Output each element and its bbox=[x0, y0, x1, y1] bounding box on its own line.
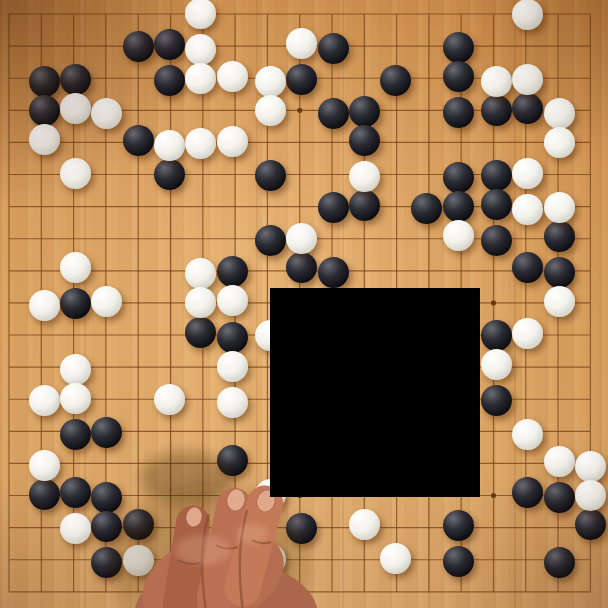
black-stone bbox=[481, 320, 512, 351]
black-stone bbox=[154, 159, 185, 190]
white-stone bbox=[123, 545, 154, 576]
black-stone bbox=[29, 95, 60, 126]
white-stone bbox=[575, 480, 606, 511]
go-board-photo bbox=[0, 0, 608, 608]
white-stone bbox=[185, 258, 216, 289]
white-stone bbox=[481, 349, 512, 380]
black-stone bbox=[512, 93, 543, 124]
white-stone bbox=[443, 220, 474, 251]
white-stone bbox=[154, 384, 185, 415]
white-stone bbox=[185, 63, 216, 94]
black-stone bbox=[123, 31, 154, 62]
white-stone bbox=[29, 385, 60, 416]
white-stone bbox=[512, 194, 543, 225]
black-stone bbox=[481, 189, 512, 220]
black-stone bbox=[217, 256, 248, 287]
white-stone bbox=[349, 161, 380, 192]
black-stone bbox=[318, 257, 349, 288]
black-stone bbox=[544, 482, 575, 513]
black-stone bbox=[286, 64, 317, 95]
black-stone bbox=[123, 125, 154, 156]
white-stone bbox=[512, 64, 543, 95]
black-stone bbox=[318, 98, 349, 129]
black-stone bbox=[443, 97, 474, 128]
black-stone bbox=[575, 509, 606, 540]
white-stone bbox=[575, 451, 606, 482]
black-stone bbox=[443, 510, 474, 541]
black-stone bbox=[443, 546, 474, 577]
white-stone bbox=[544, 192, 575, 223]
white-stone bbox=[255, 66, 286, 97]
white-stone bbox=[91, 286, 122, 317]
black-stone bbox=[512, 252, 543, 283]
black-stone bbox=[255, 160, 286, 191]
black-stone bbox=[544, 257, 575, 288]
black-stone bbox=[481, 225, 512, 256]
white-stone bbox=[544, 446, 575, 477]
white-stone bbox=[60, 93, 91, 124]
black-stone bbox=[60, 64, 91, 95]
white-stone bbox=[217, 61, 248, 92]
black-stone bbox=[29, 66, 60, 97]
white-stone bbox=[512, 318, 543, 349]
black-stone bbox=[443, 61, 474, 92]
black-stone bbox=[91, 417, 122, 448]
black-stone bbox=[349, 125, 380, 156]
black-stone bbox=[443, 191, 474, 222]
black-stone bbox=[318, 192, 349, 223]
white-stone bbox=[154, 130, 185, 161]
black-stone bbox=[123, 509, 154, 540]
white-stone bbox=[380, 543, 411, 574]
white-stone bbox=[255, 544, 286, 575]
black-stone bbox=[481, 385, 512, 416]
white-stone bbox=[286, 28, 317, 59]
black-stone bbox=[443, 162, 474, 193]
black-stone bbox=[255, 225, 286, 256]
black-stone bbox=[154, 65, 185, 96]
black-stone bbox=[60, 419, 91, 450]
white-stone bbox=[60, 158, 91, 189]
white-stone bbox=[217, 126, 248, 157]
white-stone bbox=[185, 287, 216, 318]
black-stone bbox=[286, 252, 317, 283]
black-stone bbox=[60, 288, 91, 319]
white-stone bbox=[60, 513, 91, 544]
white-stone bbox=[286, 223, 317, 254]
white-stone bbox=[91, 98, 122, 129]
white-stone bbox=[185, 128, 216, 159]
black-stone bbox=[318, 33, 349, 64]
censor-overlay bbox=[270, 288, 480, 497]
black-stone bbox=[185, 317, 216, 348]
black-stone bbox=[380, 65, 411, 96]
white-stone bbox=[481, 66, 512, 97]
white-stone bbox=[544, 98, 575, 129]
white-stone bbox=[29, 124, 60, 155]
black-stone bbox=[411, 193, 442, 224]
white-stone bbox=[60, 383, 91, 414]
white-stone bbox=[255, 95, 286, 126]
black-stone bbox=[286, 513, 317, 544]
black-stone bbox=[349, 96, 380, 127]
white-stone bbox=[512, 419, 543, 450]
black-stone bbox=[544, 221, 575, 252]
black-stone bbox=[481, 160, 512, 191]
white-stone bbox=[544, 127, 575, 158]
black-stone bbox=[443, 32, 474, 63]
white-stone bbox=[217, 351, 248, 382]
black-stone bbox=[29, 479, 60, 510]
black-stone bbox=[349, 190, 380, 221]
white-stone bbox=[29, 290, 60, 321]
white-stone bbox=[544, 286, 575, 317]
go-board bbox=[0, 0, 608, 608]
white-stone bbox=[60, 252, 91, 283]
white-stone bbox=[217, 387, 248, 418]
white-stone bbox=[185, 0, 216, 29]
black-stone bbox=[217, 445, 248, 476]
black-stone bbox=[154, 29, 185, 60]
white-stone bbox=[349, 509, 380, 540]
black-stone bbox=[91, 482, 122, 513]
white-stone bbox=[217, 285, 248, 316]
white-stone bbox=[512, 158, 543, 189]
white-stone bbox=[185, 34, 216, 65]
black-stone bbox=[544, 547, 575, 578]
white-stone bbox=[512, 0, 543, 30]
black-stone bbox=[481, 95, 512, 126]
white-stone bbox=[60, 354, 91, 385]
black-stone bbox=[91, 511, 122, 542]
black-stone bbox=[217, 322, 248, 353]
black-stone bbox=[60, 477, 91, 508]
black-stone bbox=[512, 477, 543, 508]
white-stone bbox=[29, 450, 60, 481]
black-stone bbox=[91, 547, 122, 578]
